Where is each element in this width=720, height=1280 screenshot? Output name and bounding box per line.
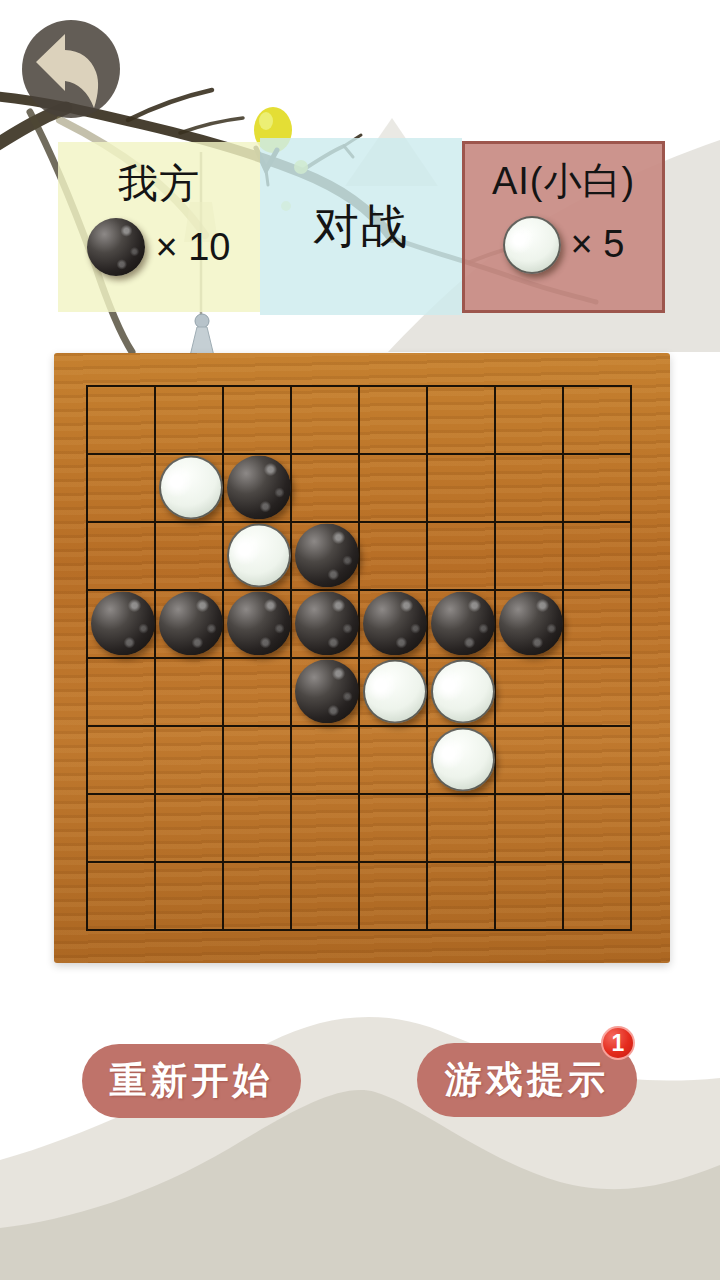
board-cell[interactable] — [155, 522, 223, 590]
black-stone — [227, 455, 291, 519]
player-name: 我方 — [118, 160, 200, 206]
board-cell[interactable] — [155, 794, 223, 862]
board-cell[interactable] — [427, 794, 495, 862]
restart-button[interactable]: 重新开始 — [82, 1044, 301, 1118]
white-stone — [431, 727, 495, 791]
board-cell[interactable] — [87, 862, 155, 930]
board-cell[interactable] — [87, 794, 155, 862]
ai-white-stone-icon — [503, 216, 561, 274]
board-cell[interactable] — [359, 454, 427, 522]
black-stone — [363, 591, 427, 655]
board-cell[interactable] — [155, 658, 223, 726]
board-cell[interactable] — [495, 522, 563, 590]
board-cell[interactable] — [359, 794, 427, 862]
board-cell[interactable] — [563, 454, 631, 522]
black-stone — [295, 591, 359, 655]
versus-panel: 对战 — [260, 138, 462, 315]
board-cell[interactable] — [563, 794, 631, 862]
board-cell[interactable] — [427, 386, 495, 454]
versus-label: 对战 — [313, 196, 409, 258]
hint-button[interactable]: 游戏提示 1 — [417, 1043, 637, 1117]
board-cell[interactable] — [427, 522, 495, 590]
white-stone — [159, 455, 223, 519]
ai-stone-count: × 5 — [571, 223, 625, 266]
board-cell[interactable] — [359, 726, 427, 794]
board-cell[interactable] — [223, 794, 291, 862]
hint-badge: 1 — [601, 1026, 635, 1060]
board-cell[interactable] — [427, 454, 495, 522]
board-cell[interactable] — [495, 454, 563, 522]
board-cell[interactable] — [563, 590, 631, 658]
board-cell[interactable] — [563, 386, 631, 454]
board-cell[interactable] — [291, 726, 359, 794]
black-stone — [91, 591, 155, 655]
board-cell[interactable] — [563, 522, 631, 590]
gomoku-app-screen: { "game": { "name": "gomoku (五子棋) vs AI"… — [0, 0, 720, 1280]
white-stone — [431, 659, 495, 723]
white-stone — [363, 659, 427, 723]
board-cell[interactable] — [359, 522, 427, 590]
board-cell[interactable] — [291, 454, 359, 522]
back-button[interactable] — [22, 20, 120, 118]
hint-button-label: 游戏提示 — [445, 1055, 609, 1105]
board-cell[interactable] — [495, 386, 563, 454]
player-score-panel: 我方 × 10 — [58, 142, 260, 312]
white-stone — [227, 523, 291, 587]
black-stone — [499, 591, 563, 655]
board-cell[interactable] — [495, 726, 563, 794]
board-cell[interactable] — [87, 726, 155, 794]
player-stone-count: × 10 — [155, 226, 230, 269]
board-cell[interactable] — [155, 726, 223, 794]
board-cell[interactable] — [563, 658, 631, 726]
game-board — [54, 353, 670, 963]
board-cell[interactable] — [223, 386, 291, 454]
board-cell[interactable] — [563, 862, 631, 930]
board-cell[interactable] — [155, 862, 223, 930]
board-cell[interactable] — [359, 862, 427, 930]
board-cell[interactable] — [359, 386, 427, 454]
back-arrow-icon — [22, 20, 120, 118]
board-cell[interactable] — [87, 522, 155, 590]
black-stone — [159, 591, 223, 655]
board-cell[interactable] — [427, 862, 495, 930]
ai-name: AI(小白) — [492, 160, 635, 204]
board-cell[interactable] — [495, 794, 563, 862]
board-cell[interactable] — [223, 658, 291, 726]
board-cell[interactable] — [87, 386, 155, 454]
black-stone — [295, 659, 359, 723]
board-cell[interactable] — [495, 658, 563, 726]
black-stone — [227, 591, 291, 655]
board-cell[interactable] — [223, 862, 291, 930]
board-cell[interactable] — [291, 794, 359, 862]
restart-button-label: 重新开始 — [110, 1056, 274, 1106]
board-grid — [86, 385, 632, 931]
black-stone — [431, 591, 495, 655]
board-cell[interactable] — [291, 386, 359, 454]
black-stone — [295, 523, 359, 587]
board-cell[interactable] — [291, 862, 359, 930]
board-cell[interactable] — [87, 454, 155, 522]
board-cell[interactable] — [223, 726, 291, 794]
player-black-stone-icon — [87, 218, 145, 276]
board-cell[interactable] — [563, 726, 631, 794]
board-cell[interactable] — [155, 386, 223, 454]
ai-score-panel: AI(小白) × 5 — [462, 141, 665, 313]
board-cell[interactable] — [495, 862, 563, 930]
board-cell[interactable] — [87, 658, 155, 726]
